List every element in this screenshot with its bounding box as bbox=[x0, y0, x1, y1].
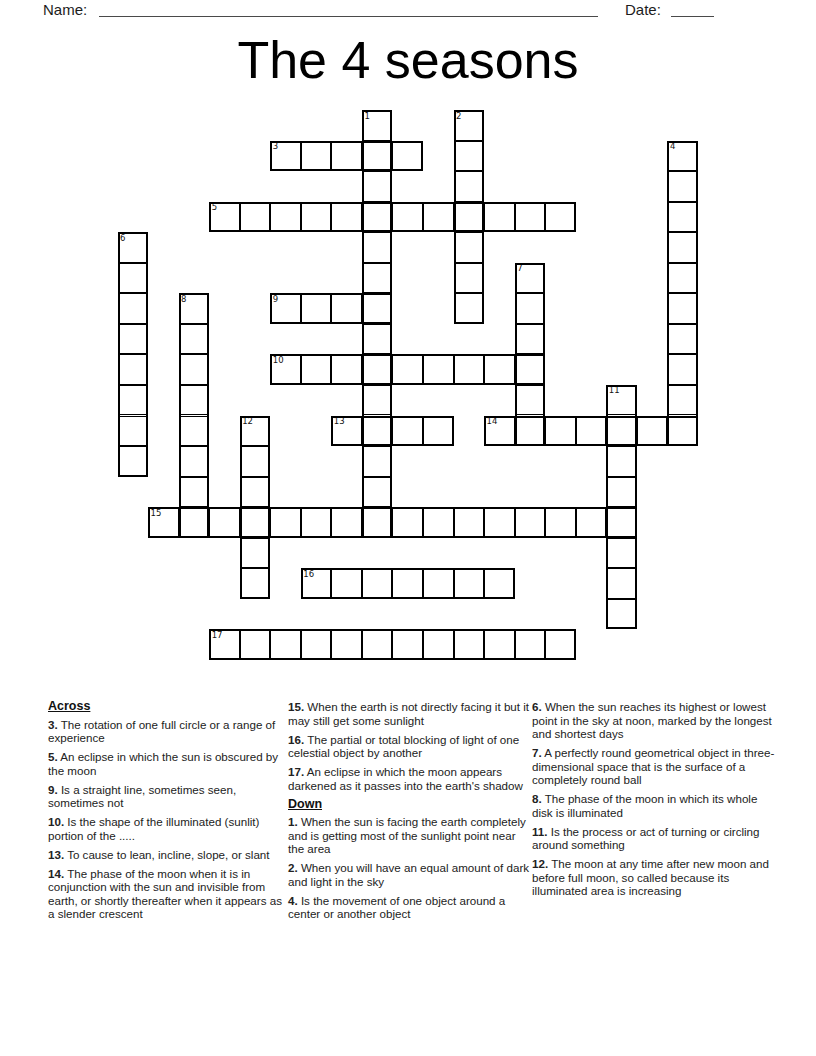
grid-cell[interactable] bbox=[606, 416, 637, 447]
grid-cell[interactable] bbox=[392, 354, 423, 385]
grid-cell[interactable]: 13 bbox=[331, 416, 362, 447]
grid-cell[interactable] bbox=[637, 416, 668, 447]
clue-17-across: 17. An eclipse in which the moon appears… bbox=[288, 765, 530, 792]
grid-cell[interactable] bbox=[545, 629, 576, 660]
grid-cell[interactable] bbox=[454, 507, 485, 538]
grid-cell[interactable]: 7 bbox=[515, 263, 546, 294]
grid-cell[interactable] bbox=[118, 324, 149, 355]
puzzle-title: The 4 seasons bbox=[0, 34, 816, 86]
grid-cell[interactable] bbox=[392, 416, 423, 447]
grid-cell[interactable] bbox=[301, 202, 332, 233]
grid-cell[interactable]: 5 bbox=[209, 202, 240, 233]
grid-cell[interactable] bbox=[362, 263, 393, 294]
grid-cell[interactable] bbox=[179, 446, 210, 477]
grid-cell[interactable] bbox=[515, 507, 546, 538]
grid-cell[interactable] bbox=[362, 171, 393, 202]
grid-cell[interactable] bbox=[484, 629, 515, 660]
grid-cell[interactable] bbox=[331, 354, 362, 385]
grid-cell[interactable]: 12 bbox=[240, 416, 271, 447]
grid-cell[interactable] bbox=[331, 629, 362, 660]
clue-number: 12 bbox=[242, 416, 253, 426]
grid-cell[interactable] bbox=[606, 568, 637, 599]
grid-cell[interactable] bbox=[301, 293, 332, 324]
clue-2-down: 2. When you will have an equal amount of… bbox=[288, 861, 530, 888]
grid-cell[interactable] bbox=[240, 202, 271, 233]
grid-cell[interactable] bbox=[362, 416, 393, 447]
clue-3-across: 3. The rotation of one full circle or a … bbox=[48, 718, 286, 745]
grid-cell[interactable] bbox=[423, 202, 454, 233]
grid-cell[interactable]: 1 bbox=[362, 110, 393, 141]
grid-cell[interactable]: 16 bbox=[301, 568, 332, 599]
grid-cell[interactable] bbox=[270, 507, 301, 538]
grid-cell[interactable]: 17 bbox=[209, 629, 240, 660]
grid-cell[interactable] bbox=[301, 354, 332, 385]
crossword-grid: 1234567891011121314151617 bbox=[118, 110, 699, 660]
clue-number: 13 bbox=[334, 416, 345, 426]
grid-cell[interactable] bbox=[392, 141, 423, 172]
grid-cell[interactable] bbox=[179, 477, 210, 508]
grid-cell[interactable] bbox=[209, 507, 240, 538]
clue-8-down: 8. The phase of the moon in which its wh… bbox=[532, 792, 777, 819]
grid-cell[interactable] bbox=[545, 507, 576, 538]
grid-cell[interactable] bbox=[423, 354, 454, 385]
clue-10-across: 10. Is the shape of the illuminated (sun… bbox=[48, 815, 286, 842]
grid-cell[interactable] bbox=[667, 263, 698, 294]
grid-cell[interactable] bbox=[515, 416, 546, 447]
grid-cell[interactable] bbox=[484, 354, 515, 385]
grid-cell[interactable] bbox=[515, 629, 546, 660]
clue-number: 2 bbox=[456, 111, 461, 121]
grid-cell[interactable] bbox=[606, 538, 637, 569]
grid-cell[interactable] bbox=[576, 507, 607, 538]
grid-cell[interactable] bbox=[667, 324, 698, 355]
grid-cell[interactable] bbox=[179, 507, 210, 538]
grid-cell[interactable] bbox=[362, 629, 393, 660]
grid-cell[interactable] bbox=[240, 538, 271, 569]
grid-cell[interactable] bbox=[362, 324, 393, 355]
grid-cell[interactable] bbox=[362, 446, 393, 477]
clue-column-2: 15. When the earth is not directly facin… bbox=[288, 700, 530, 926]
grid-cell[interactable] bbox=[454, 171, 485, 202]
grid-cell[interactable] bbox=[454, 629, 485, 660]
clue-number: 4 bbox=[670, 141, 675, 151]
grid-cell[interactable] bbox=[240, 477, 271, 508]
grid-cell[interactable] bbox=[515, 293, 546, 324]
clue-6-down: 6. When the sun reaches its highest or l… bbox=[532, 700, 777, 741]
grid-cell[interactable] bbox=[606, 477, 637, 508]
grid-cell[interactable]: 3 bbox=[270, 141, 301, 172]
grid-cell[interactable] bbox=[240, 568, 271, 599]
grid-cell[interactable] bbox=[240, 507, 271, 538]
grid-cell[interactable] bbox=[331, 141, 362, 172]
grid-cell[interactable] bbox=[576, 416, 607, 447]
clue-number: 9 bbox=[273, 294, 278, 304]
grid-cell[interactable] bbox=[423, 629, 454, 660]
across-heading: Across bbox=[48, 700, 286, 714]
grid-cell[interactable] bbox=[179, 385, 210, 416]
clue-5-across: 5. An eclipse in which the sun is obscur… bbox=[48, 750, 286, 777]
grid-cell[interactable] bbox=[667, 385, 698, 416]
grid-cell[interactable] bbox=[240, 446, 271, 477]
clue-14-across: 14. The phase of the moon when it is in … bbox=[48, 867, 286, 921]
grid-cell[interactable] bbox=[362, 568, 393, 599]
clue-16-across: 16. The partial or total blocking of lig… bbox=[288, 733, 530, 760]
grid-cell[interactable]: 4 bbox=[667, 141, 698, 172]
grid-cell[interactable]: 9 bbox=[270, 293, 301, 324]
clue-number: 10 bbox=[273, 355, 284, 365]
grid-cell[interactable] bbox=[118, 416, 149, 447]
clue-number: 3 bbox=[273, 141, 278, 151]
worksheet-page: Name: Date: The 4 seasons 12345678910111… bbox=[0, 0, 816, 1056]
grid-cell[interactable]: 2 bbox=[454, 110, 485, 141]
clue-12-down: 12. The moon at any time after new moon … bbox=[532, 857, 777, 898]
grid-cell[interactable] bbox=[515, 202, 546, 233]
grid-cell[interactable] bbox=[179, 354, 210, 385]
grid-cell[interactable]: 6 bbox=[118, 232, 149, 263]
grid-cell[interactable] bbox=[362, 232, 393, 263]
clue-11-down: 11. Is the process or act of turning or … bbox=[532, 825, 777, 852]
clue-number: 1 bbox=[364, 111, 369, 121]
grid-cell[interactable] bbox=[301, 141, 332, 172]
grid-cell[interactable] bbox=[331, 507, 362, 538]
grid-cell[interactable] bbox=[362, 477, 393, 508]
clue-column-3: 6. When the sun reaches its highest or l… bbox=[532, 700, 777, 903]
grid-cell[interactable] bbox=[667, 293, 698, 324]
grid-cell[interactable] bbox=[392, 568, 423, 599]
grid-cell[interactable] bbox=[606, 507, 637, 538]
grid-cell[interactable] bbox=[270, 202, 301, 233]
grid-cell[interactable] bbox=[179, 324, 210, 355]
grid-cell[interactable] bbox=[423, 416, 454, 447]
grid-cell[interactable] bbox=[667, 232, 698, 263]
grid-cell[interactable] bbox=[118, 263, 149, 294]
clue-13-across: 13. To cause to lean, incline, slope, or… bbox=[48, 848, 286, 862]
grid-cell[interactable] bbox=[515, 354, 546, 385]
grid-cell[interactable] bbox=[545, 202, 576, 233]
grid-cell[interactable]: 8 bbox=[179, 293, 210, 324]
grid-cell[interactable] bbox=[118, 385, 149, 416]
grid-cell[interactable] bbox=[454, 263, 485, 294]
clue-4-down: 4. Is the movement of one object around … bbox=[288, 894, 530, 921]
grid-cell[interactable] bbox=[484, 507, 515, 538]
grid-cell[interactable] bbox=[270, 629, 301, 660]
grid-cell[interactable] bbox=[118, 354, 149, 385]
grid-cell[interactable] bbox=[362, 202, 393, 233]
grid-cell[interactable] bbox=[667, 202, 698, 233]
name-label: Name: bbox=[43, 1, 87, 18]
grid-cell[interactable]: 11 bbox=[606, 385, 637, 416]
clue-number: 14 bbox=[487, 416, 498, 426]
grid-cell[interactable] bbox=[454, 354, 485, 385]
grid-cell[interactable] bbox=[515, 324, 546, 355]
clue-column-1: Across3. The rotation of one full circle… bbox=[48, 700, 286, 926]
clue-number: 11 bbox=[609, 385, 620, 395]
grid-cell[interactable] bbox=[392, 507, 423, 538]
grid-cell[interactable] bbox=[667, 416, 698, 447]
grid-cell[interactable] bbox=[331, 202, 362, 233]
grid-cell[interactable] bbox=[301, 629, 332, 660]
clue-number: 16 bbox=[303, 569, 314, 579]
grid-cell[interactable] bbox=[484, 202, 515, 233]
grid-cell[interactable] bbox=[118, 446, 149, 477]
grid-cell[interactable] bbox=[179, 416, 210, 447]
grid-cell[interactable] bbox=[454, 202, 485, 233]
grid-cell[interactable] bbox=[484, 568, 515, 599]
date-label: Date: bbox=[625, 1, 661, 18]
date-blank-line[interactable] bbox=[671, 0, 714, 17]
grid-cell[interactable] bbox=[667, 354, 698, 385]
clue-number: 17 bbox=[212, 630, 223, 640]
grid-cell[interactable] bbox=[362, 293, 393, 324]
clue-1-down: 1. When the sun is facing the earth comp… bbox=[288, 815, 530, 856]
grid-cell[interactable] bbox=[362, 141, 393, 172]
grid-cell[interactable] bbox=[392, 202, 423, 233]
clue-number: 8 bbox=[181, 294, 186, 304]
grid-cell[interactable] bbox=[667, 171, 698, 202]
clue-number: 6 bbox=[120, 233, 125, 243]
grid-cell[interactable] bbox=[454, 293, 485, 324]
grid-cell[interactable] bbox=[392, 629, 423, 660]
clue-number: 15 bbox=[151, 508, 162, 518]
clue-7-down: 7. A perfectly round geometrical object … bbox=[532, 746, 777, 787]
grid-cell[interactable] bbox=[362, 507, 393, 538]
grid-cell[interactable] bbox=[545, 416, 576, 447]
grid-cell[interactable] bbox=[454, 568, 485, 599]
grid-cell[interactable] bbox=[362, 385, 393, 416]
grid-cell[interactable]: 15 bbox=[148, 507, 179, 538]
grid-cell[interactable] bbox=[240, 629, 271, 660]
grid-cell[interactable] bbox=[362, 354, 393, 385]
grid-cell[interactable]: 10 bbox=[270, 354, 301, 385]
grid-cell[interactable] bbox=[331, 293, 362, 324]
grid-cell[interactable]: 14 bbox=[484, 416, 515, 447]
grid-cell[interactable] bbox=[606, 599, 637, 630]
grid-cell[interactable] bbox=[606, 446, 637, 477]
clue-15-across: 15. When the earth is not directly facin… bbox=[288, 700, 530, 727]
grid-cell[interactable] bbox=[454, 232, 485, 263]
grid-cell[interactable] bbox=[301, 507, 332, 538]
down-heading: Down bbox=[288, 798, 530, 812]
grid-cell[interactable] bbox=[423, 568, 454, 599]
grid-cell[interactable] bbox=[515, 385, 546, 416]
clue-number: 7 bbox=[517, 263, 522, 273]
grid-cell[interactable] bbox=[454, 141, 485, 172]
clue-number: 5 bbox=[212, 202, 217, 212]
grid-cell[interactable] bbox=[423, 507, 454, 538]
grid-cell[interactable] bbox=[118, 293, 149, 324]
grid-cell[interactable] bbox=[331, 568, 362, 599]
clue-9-across: 9. Is a straight line, sometimes seen, s… bbox=[48, 783, 286, 810]
name-blank-line[interactable] bbox=[99, 0, 598, 17]
